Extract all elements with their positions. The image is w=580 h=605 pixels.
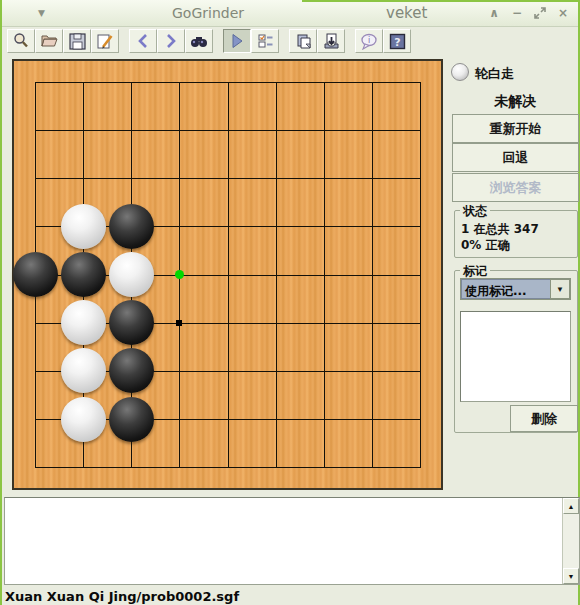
toolbar-separator xyxy=(345,29,355,53)
forward-arrow-icon xyxy=(164,33,178,49)
stone-white xyxy=(61,300,106,345)
zoom-icon xyxy=(12,32,30,50)
help-icon: ? xyxy=(389,33,406,50)
comment-textarea[interactable]: ▲ ▼ xyxy=(4,497,580,585)
save-button[interactable] xyxy=(63,29,91,53)
window-menu-icon[interactable]: ▼ xyxy=(38,8,45,18)
open-folder-icon xyxy=(40,33,59,49)
arrow-down-icon: ▼ xyxy=(568,573,575,580)
turn-label: 轮白走 xyxy=(475,65,514,83)
correct-percent-label: 0% 正确 xyxy=(461,237,510,254)
titlebar: ▼ GoGrinder veket ∧ − × xyxy=(2,0,578,27)
grid-line-v xyxy=(228,82,229,468)
stone-white xyxy=(61,348,106,393)
stone-white xyxy=(61,397,106,442)
browse-answer-button[interactable]: 浏览答案 xyxy=(452,173,579,202)
undo-button[interactable]: 回退 xyxy=(452,143,579,172)
stone-black xyxy=(61,252,106,297)
back-button[interactable] xyxy=(129,29,157,53)
zoom-button[interactable] xyxy=(7,29,35,53)
help-button[interactable]: ? xyxy=(383,29,411,53)
edit-button[interactable] xyxy=(91,29,119,53)
marks-combo-value[interactable]: 使用标记... xyxy=(461,279,550,299)
marks-combo-dropdown-button[interactable]: ▼ xyxy=(550,279,570,299)
close-button[interactable]: × xyxy=(556,6,570,20)
delete-mark-button[interactable]: 删除 xyxy=(510,405,578,432)
stone-black xyxy=(109,397,154,442)
go-board[interactable] xyxy=(12,59,443,490)
stone-black xyxy=(109,204,154,249)
stone-black xyxy=(109,348,154,393)
play-icon xyxy=(230,33,244,49)
stone-white xyxy=(109,252,154,297)
statusbar-problem-path: Xuan Xuan Qi Jing/prob0002.sgf xyxy=(5,589,239,604)
turn-indicator-white-stone-icon xyxy=(451,63,469,81)
maximize-button[interactable] xyxy=(533,6,547,20)
grid-line-v xyxy=(372,82,373,468)
marks-listbox[interactable] xyxy=(460,311,571,402)
solve-status-label: 未解决 xyxy=(452,93,579,111)
open-button[interactable] xyxy=(35,29,63,53)
toolbar-separator xyxy=(279,29,289,53)
window-controls: ∧ − × xyxy=(487,6,570,20)
binoculars-find-icon xyxy=(190,34,208,49)
import-button[interactable] xyxy=(317,29,345,53)
import-icon xyxy=(323,33,340,50)
edit-pencil-icon xyxy=(96,33,114,50)
comment-bubble-icon: i xyxy=(360,33,378,50)
forward-button[interactable] xyxy=(157,29,185,53)
minimize-button[interactable]: − xyxy=(510,6,524,20)
play-button[interactable] xyxy=(223,29,251,53)
svg-text:?: ? xyxy=(394,35,400,48)
shade-button[interactable]: ∧ xyxy=(487,6,501,20)
grid-line-v xyxy=(324,82,325,468)
titlebar-green-accent xyxy=(302,0,578,2)
svg-text:i: i xyxy=(368,36,370,45)
vertical-scrollbar[interactable]: ▲ ▼ xyxy=(562,498,579,584)
toolbar-separator xyxy=(119,29,129,53)
status-groupbox: 状态 1 在总共 347 0% 正确 xyxy=(454,210,578,258)
scroll-down-button[interactable]: ▼ xyxy=(563,568,579,584)
status-group-title: 状态 xyxy=(460,203,490,220)
back-arrow-icon xyxy=(136,33,150,49)
app-window: ▼ GoGrinder veket ∧ − × xyxy=(0,0,580,605)
stone-white xyxy=(61,204,106,249)
black-square-marker xyxy=(176,320,182,326)
toolbar-separator xyxy=(213,29,223,53)
problem-progress-label: 1 在总共 347 xyxy=(461,221,539,238)
marks-combobox[interactable]: 使用标记... ▼ xyxy=(460,278,571,300)
maximize-arrows-icon xyxy=(534,7,546,19)
chevron-down-icon: ▼ xyxy=(556,285,564,294)
marks-groupbox: 标记 使用标记... ▼ 删除 xyxy=(454,270,578,433)
green-circle-marker xyxy=(175,270,184,279)
stone-black xyxy=(109,300,154,345)
restart-button[interactable]: 重新开始 xyxy=(452,114,579,143)
options-checklist-icon xyxy=(257,33,274,49)
copy-button[interactable] xyxy=(289,29,317,53)
find-button[interactable] xyxy=(185,29,213,53)
grid-line-h xyxy=(35,467,421,468)
window-host-label: veket xyxy=(386,4,427,22)
options-button[interactable] xyxy=(251,29,279,53)
scroll-up-button[interactable]: ▲ xyxy=(563,498,579,514)
grid-line-v xyxy=(420,82,421,468)
window-title: GoGrinder xyxy=(172,5,292,21)
comment-button[interactable]: i xyxy=(355,29,383,53)
arrow-up-icon: ▲ xyxy=(568,503,575,510)
save-floppy-icon xyxy=(69,33,86,50)
stone-black xyxy=(13,252,58,297)
toolbar: i ? xyxy=(7,29,411,53)
grid-line-v xyxy=(276,82,277,468)
copy-icon xyxy=(295,33,312,50)
